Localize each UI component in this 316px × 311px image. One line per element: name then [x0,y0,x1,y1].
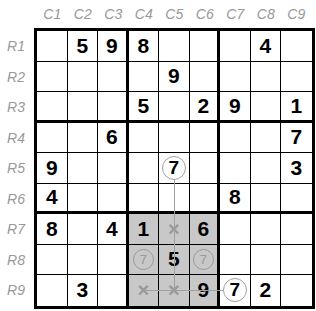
cell-R6C1[interactable]: 4 [37,184,68,215]
cell-R6C2[interactable] [68,184,99,215]
cell-R6C8[interactable] [251,184,282,215]
cell-R2C7[interactable] [220,62,251,93]
cell-R3C3[interactable] [98,92,129,123]
cell-R2C9[interactable] [281,62,312,93]
column-headers: C1C2C3C4C5C6C7C8C9 [37,3,312,25]
cell-R2C1[interactable] [37,62,68,93]
cell-R1C2[interactable]: 5 [68,31,99,62]
cell-R7C3[interactable]: 4 [98,214,129,245]
cell-R6C6[interactable] [190,184,221,215]
sudoku-diagram: C1C2C3C4C5C6C7C8C9 R1R2R3R4R5R6R7R8R9 59… [0,0,316,311]
cell-R7C6[interactable]: 6 [190,214,221,245]
cell-R7C8[interactable] [251,214,282,245]
cell-R2C8[interactable] [251,62,282,93]
cell-R2C2[interactable] [68,62,99,93]
cell-R1C7[interactable] [220,31,251,62]
cell-R8C1[interactable] [37,245,68,276]
cell-R4C9[interactable]: 7 [281,123,312,154]
candidate-circle-R8C4: 7 [133,249,154,270]
cell-R4C6[interactable] [190,123,221,154]
cell-R7C7[interactable] [220,214,251,245]
cell-R6C7[interactable]: 8 [220,184,251,215]
cell-R2C5[interactable]: 9 [159,62,190,93]
cell-R5C1[interactable]: 9 [37,153,68,184]
eliminated-mark-R9C4: × [137,280,149,300]
cell-R6C4[interactable] [129,184,160,215]
column-label-C1: C1 [37,3,68,25]
cell-R7C4[interactable]: 1 [129,214,160,245]
column-label-C4: C4 [129,3,160,25]
cell-R5C6[interactable] [190,153,221,184]
row-label-R2: R2 [0,62,32,93]
cell-R2C6[interactable] [190,62,221,93]
cell-R8C8[interactable] [251,245,282,276]
row-labels: R1R2R3R4R5R6R7R8R9 [0,31,32,306]
cell-R8C6[interactable]: 7 [190,245,221,276]
cell-R5C5[interactable]: 7 [159,153,190,184]
cell-R4C5[interactable] [159,123,190,154]
column-label-C3: C3 [98,3,129,25]
cell-R9C4[interactable]: × [129,275,160,306]
cell-R8C5[interactable]: 5 [159,245,190,276]
column-label-C9: C9 [281,3,312,25]
candidate-circle-R8C6: 7 [193,249,214,270]
cell-R6C5[interactable] [159,184,190,215]
column-label-C5: C5 [159,3,190,25]
cell-R4C1[interactable] [37,123,68,154]
circled-given-R9C7: 7 [223,278,247,302]
cell-R1C6[interactable] [190,31,221,62]
cell-R4C8[interactable] [251,123,282,154]
eliminated-mark-R9C5: × [168,280,180,300]
cell-R3C4[interactable]: 5 [129,92,160,123]
row-label-R1: R1 [0,31,32,62]
cell-R1C1[interactable] [37,31,68,62]
cell-R4C3[interactable]: 6 [98,123,129,154]
cell-R5C3[interactable] [98,153,129,184]
column-label-C2: C2 [68,3,99,25]
cell-R2C4[interactable] [129,62,160,93]
row-label-R3: R3 [0,92,32,123]
row-label-R7: R7 [0,214,32,245]
cell-R5C8[interactable] [251,153,282,184]
cell-R8C3[interactable] [98,245,129,276]
column-label-C8: C8 [251,3,282,25]
circled-given-R5C5: 7 [162,156,186,180]
cell-R8C9[interactable] [281,245,312,276]
cell-R1C4[interactable]: 8 [129,31,160,62]
cell-R8C4[interactable]: 7 [129,245,160,276]
cell-R1C9[interactable] [281,31,312,62]
cell-R9C8[interactable]: 2 [251,275,282,306]
cell-R3C9[interactable]: 1 [281,92,312,123]
cell-R6C9[interactable] [281,184,312,215]
cell-R5C4[interactable] [129,153,160,184]
cell-R3C2[interactable] [68,92,99,123]
cell-R9C9[interactable] [281,275,312,306]
cell-R1C8[interactable]: 4 [251,31,282,62]
cell-R9C6[interactable]: 9 [190,275,221,306]
cell-R8C2[interactable] [68,245,99,276]
cell-R9C2[interactable]: 3 [68,275,99,306]
cell-R3C5[interactable] [159,92,190,123]
column-label-C6: C6 [190,3,221,25]
cell-R3C8[interactable] [251,92,282,123]
cell-R1C5[interactable] [159,31,190,62]
row-label-R5: R5 [0,153,32,184]
row-label-R9: R9 [0,275,32,306]
row-label-R4: R4 [0,123,32,154]
cell-R8C7[interactable] [220,245,251,276]
cell-R9C3[interactable] [98,275,129,306]
cell-R9C1[interactable] [37,275,68,306]
row-label-R8: R8 [0,245,32,276]
cell-R7C5[interactable]: × [159,214,190,245]
row-label-R6: R6 [0,184,32,215]
cell-R7C2[interactable] [68,214,99,245]
eliminated-mark-R7C5: × [168,219,180,239]
cell-R9C5[interactable]: × [159,275,190,306]
cell-R1C3[interactable]: 9 [98,31,129,62]
cell-R3C7[interactable]: 9 [220,92,251,123]
cell-R2C3[interactable] [98,62,129,93]
cell-R5C7[interactable] [220,153,251,184]
cell-R4C7[interactable] [220,123,251,154]
sudoku-board: 5984952916797348841×67573××972 [34,28,315,309]
cell-R7C1[interactable]: 8 [37,214,68,245]
cell-R9C7[interactable]: 7 [220,275,251,306]
cell-R4C2[interactable] [68,123,99,154]
cell-R5C9[interactable]: 3 [281,153,312,184]
cell-R6C3[interactable] [98,184,129,215]
column-label-C7: C7 [220,3,251,25]
cell-R4C4[interactable] [129,123,160,154]
cell-R7C9[interactable] [281,214,312,245]
cell-R3C1[interactable] [37,92,68,123]
cell-R3C6[interactable]: 2 [190,92,221,123]
cell-R5C2[interactable] [68,153,99,184]
